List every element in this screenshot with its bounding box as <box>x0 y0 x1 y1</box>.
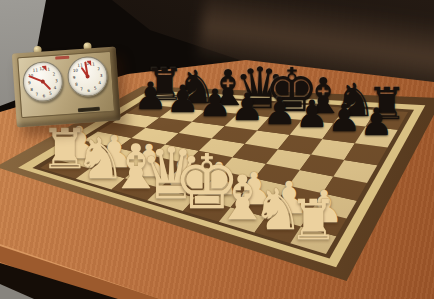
dial-numeral: 5 <box>94 85 97 90</box>
dial-numeral: 2 <box>97 66 100 71</box>
clock-label <box>78 107 100 113</box>
dial-numeral: 7 <box>35 91 38 96</box>
dial-numeral: 3 <box>100 73 103 78</box>
dial-numeral: 4 <box>54 85 57 90</box>
dial-numeral: 1 <box>92 62 95 67</box>
dial-numeral: 4 <box>98 80 101 85</box>
dial-numeral: 11 <box>33 68 38 73</box>
clock-bezel: 123456789101112 123456789101112 <box>17 51 115 118</box>
dial-numeral: 9 <box>73 75 76 80</box>
clock-dial-left: 123456789101112 <box>22 60 65 103</box>
dial-numeral: 10 <box>73 68 78 73</box>
dial-numeral: 9 <box>28 80 31 85</box>
dial-numeral: 2 <box>53 71 56 76</box>
dial-numeral: 6 <box>87 87 90 92</box>
clock-body: 123456789101112 123456789101112 <box>12 46 121 127</box>
dial-numeral: 8 <box>75 81 78 86</box>
clock-brand-mark <box>55 56 69 60</box>
chess-clock: 123456789101112 123456789101112 <box>11 38 120 127</box>
dial-numeral: 7 <box>80 86 83 91</box>
dial-numeral: 3 <box>55 78 58 83</box>
dial-numeral: 1 <box>47 67 50 72</box>
dial-hub <box>85 74 89 78</box>
clock-dial-right: 123456789101112 <box>66 55 109 98</box>
dial-numeral: 6 <box>42 92 45 97</box>
dial-numeral: 5 <box>49 90 52 95</box>
dial-numeral: 8 <box>30 87 33 92</box>
chess-scene-photo: 123456789101112 123456789101112 ♜♞♝♛♚♝♞♜… <box>0 0 434 299</box>
